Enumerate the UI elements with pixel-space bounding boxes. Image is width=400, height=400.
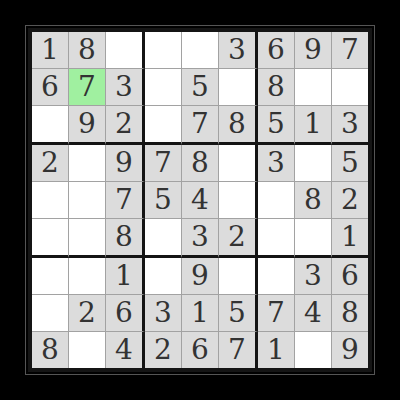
cell-r1c8[interactable]: 9 <box>295 32 332 69</box>
cell-r4c6[interactable] <box>219 145 258 182</box>
cell-r6c4[interactable] <box>145 219 182 258</box>
cell-r8c4[interactable]: 3 <box>145 295 182 332</box>
cell-r3c6[interactable]: 8 <box>219 106 258 145</box>
cell-r7c3[interactable]: 1 <box>106 258 145 295</box>
cell-r6c3[interactable]: 8 <box>106 219 145 258</box>
cell-r9c9[interactable]: 9 <box>332 332 368 368</box>
cell-r9c6[interactable]: 7 <box>219 332 258 368</box>
cell-r8c9[interactable]: 8 <box>332 295 368 332</box>
cell-r7c5[interactable]: 9 <box>182 258 219 295</box>
cell-r4c9[interactable]: 5 <box>332 145 368 182</box>
cell-r3c3[interactable]: 2 <box>106 106 145 145</box>
cell-r5c3[interactable]: 7 <box>106 182 145 219</box>
cell-r4c3[interactable]: 9 <box>106 145 145 182</box>
cell-r2c4[interactable] <box>145 69 182 106</box>
cell-r8c5[interactable]: 1 <box>182 295 219 332</box>
cell-r6c1[interactable] <box>32 219 69 258</box>
cell-r8c7[interactable]: 7 <box>258 295 295 332</box>
cell-r1c1[interactable]: 1 <box>32 32 69 69</box>
cell-r9c2[interactable] <box>69 332 106 368</box>
cell-r4c1[interactable]: 2 <box>32 145 69 182</box>
cell-r1c2[interactable]: 8 <box>69 32 106 69</box>
cell-r3c8[interactable]: 1 <box>295 106 332 145</box>
cell-r6c7[interactable] <box>258 219 295 258</box>
cell-r2c7[interactable]: 8 <box>258 69 295 106</box>
cell-r5c5[interactable]: 4 <box>182 182 219 219</box>
cell-r2c6[interactable] <box>219 69 258 106</box>
cell-r6c8[interactable] <box>295 219 332 258</box>
cell-r1c4[interactable] <box>145 32 182 69</box>
cell-r3c9[interactable]: 3 <box>332 106 368 145</box>
cell-r8c1[interactable] <box>32 295 69 332</box>
cell-r3c5[interactable]: 7 <box>182 106 219 145</box>
cell-r5c2[interactable] <box>69 182 106 219</box>
cell-r6c5[interactable]: 3 <box>182 219 219 258</box>
cell-r8c2[interactable]: 2 <box>69 295 106 332</box>
cell-r3c1[interactable] <box>32 106 69 145</box>
cell-r3c4[interactable] <box>145 106 182 145</box>
cell-r2c8[interactable] <box>295 69 332 106</box>
cell-r5c9[interactable]: 2 <box>332 182 368 219</box>
cell-r8c3[interactable]: 6 <box>106 295 145 332</box>
sudoku-board: 1836976735892785132978357548283211936263… <box>28 28 372 372</box>
cell-r3c2[interactable]: 9 <box>69 106 106 145</box>
cell-r7c4[interactable] <box>145 258 182 295</box>
cell-r1c5[interactable] <box>182 32 219 69</box>
cell-r3c7[interactable]: 5 <box>258 106 295 145</box>
cell-r1c9[interactable]: 7 <box>332 32 368 69</box>
cell-r2c2[interactable]: 7 <box>69 69 106 106</box>
board-frame: 1836976735892785132978357548283211936263… <box>25 25 375 375</box>
cell-r7c7[interactable] <box>258 258 295 295</box>
cell-r7c2[interactable] <box>69 258 106 295</box>
cell-r7c8[interactable]: 3 <box>295 258 332 295</box>
cell-r4c2[interactable] <box>69 145 106 182</box>
cell-r2c1[interactable]: 6 <box>32 69 69 106</box>
cell-r7c6[interactable] <box>219 258 258 295</box>
cell-r2c9[interactable] <box>332 69 368 106</box>
cell-r1c3[interactable] <box>106 32 145 69</box>
cell-r5c6[interactable] <box>219 182 258 219</box>
cell-r9c5[interactable]: 6 <box>182 332 219 368</box>
cell-r7c9[interactable]: 6 <box>332 258 368 295</box>
cell-r8c8[interactable]: 4 <box>295 295 332 332</box>
cell-r4c8[interactable] <box>295 145 332 182</box>
cell-r4c7[interactable]: 3 <box>258 145 295 182</box>
cell-r5c7[interactable] <box>258 182 295 219</box>
cell-r8c6[interactable]: 5 <box>219 295 258 332</box>
cell-r9c1[interactable]: 8 <box>32 332 69 368</box>
cell-r9c3[interactable]: 4 <box>106 332 145 368</box>
cell-r5c1[interactable] <box>32 182 69 219</box>
cell-r9c7[interactable]: 1 <box>258 332 295 368</box>
cell-r6c9[interactable]: 1 <box>332 219 368 258</box>
cell-r9c8[interactable] <box>295 332 332 368</box>
cell-r5c4[interactable]: 5 <box>145 182 182 219</box>
cell-r7c1[interactable] <box>32 258 69 295</box>
cell-r6c2[interactable] <box>69 219 106 258</box>
cell-r1c6[interactable]: 3 <box>219 32 258 69</box>
cell-r5c8[interactable]: 8 <box>295 182 332 219</box>
cell-r2c3[interactable]: 3 <box>106 69 145 106</box>
cell-r2c5[interactable]: 5 <box>182 69 219 106</box>
cell-r1c7[interactable]: 6 <box>258 32 295 69</box>
cell-r6c6[interactable]: 2 <box>219 219 258 258</box>
cell-r4c4[interactable]: 7 <box>145 145 182 182</box>
cell-r4c5[interactable]: 8 <box>182 145 219 182</box>
cell-r9c4[interactable]: 2 <box>145 332 182 368</box>
